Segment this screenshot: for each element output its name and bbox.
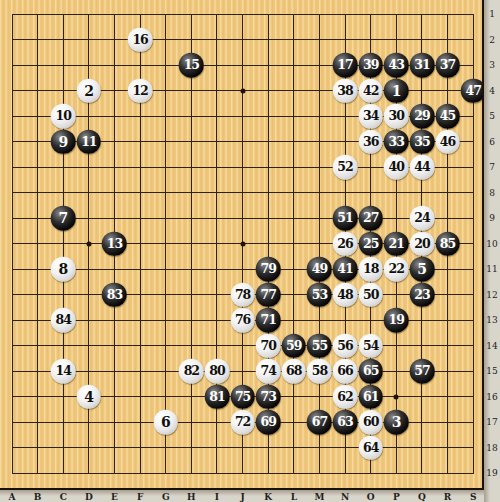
stone-66-white-N15: 66 (333, 359, 358, 384)
move-number: 25 (363, 237, 378, 250)
stone-62-white-N16: 62 (333, 384, 358, 409)
stone-74-white-K15: 74 (256, 359, 281, 384)
move-number: 72 (235, 416, 250, 429)
stone-43-black-P3: 43 (384, 53, 409, 78)
move-number: 23 (414, 288, 429, 301)
stone-71-black-K13: 71 (256, 308, 281, 333)
stone-47-black-S4: 47 (461, 78, 484, 103)
move-number: 8 (59, 262, 68, 276)
stone-15-black-H3: 15 (179, 53, 204, 78)
move-number: 77 (260, 288, 275, 301)
stone-72-white-J17: 72 (230, 410, 255, 435)
stone-50-white-O12: 50 (358, 282, 383, 307)
move-number: 61 (363, 390, 378, 403)
move-number: 18 (363, 263, 378, 276)
stone-45-black-R5: 45 (435, 104, 460, 129)
stone-5-black-Q11: 5 (410, 257, 435, 282)
column-label-M: M (314, 492, 324, 502)
move-number: 79 (260, 263, 275, 276)
move-number: 80 (209, 365, 224, 378)
star-point (240, 88, 245, 93)
row-label-1: 1 (484, 9, 500, 19)
stone-39-black-O3: 39 (358, 53, 383, 78)
grid-line-horizontal (12, 14, 474, 15)
column-label-J: J (240, 492, 244, 502)
move-number: 34 (363, 110, 378, 123)
move-number: 29 (414, 110, 429, 123)
move-number: 49 (312, 263, 327, 276)
move-number: 21 (389, 237, 404, 250)
row-label-16: 16 (484, 392, 500, 402)
move-number: 65 (363, 365, 378, 378)
row-labels-strip: 12345678910111213141516171819 (484, 0, 500, 502)
move-number: 46 (440, 135, 455, 148)
row-label-15: 15 (484, 366, 500, 376)
star-point (240, 241, 245, 246)
stone-69-black-K17: 69 (256, 410, 281, 435)
column-label-G: G (162, 492, 170, 502)
column-label-P: P (393, 492, 400, 502)
star-point (86, 241, 91, 246)
stone-84-white-C13: 84 (51, 308, 76, 333)
move-number: 75 (235, 390, 250, 403)
go-diagram: 1234567891011121314151617181920212223242… (0, 0, 500, 502)
move-number: 12 (132, 84, 147, 97)
stone-31-black-Q3: 31 (410, 53, 435, 78)
stone-34-white-O5: 34 (358, 104, 383, 129)
move-number: 70 (260, 339, 275, 352)
stone-68-white-L15: 68 (282, 359, 307, 384)
stone-64-white-O18: 64 (358, 435, 383, 460)
move-number: 27 (363, 212, 378, 225)
stone-3-black-P17: 3 (384, 410, 409, 435)
move-number: 82 (184, 365, 199, 378)
move-number: 58 (312, 365, 327, 378)
stone-46-white-R6: 46 (435, 129, 460, 154)
stone-57-black-Q15: 57 (410, 359, 435, 384)
move-number: 10 (56, 110, 71, 123)
stone-26-white-N10: 26 (333, 231, 358, 256)
move-number: 36 (363, 135, 378, 148)
move-number: 31 (414, 59, 429, 72)
move-number: 40 (389, 161, 404, 174)
row-label-8: 8 (484, 188, 500, 198)
move-number: 16 (132, 33, 147, 46)
row-label-9: 9 (484, 213, 500, 223)
stone-38-white-N4: 38 (333, 78, 358, 103)
row-label-10: 10 (484, 239, 500, 249)
move-number: 1 (392, 84, 401, 98)
column-label-E: E (111, 492, 118, 502)
stone-83-black-E12: 83 (102, 282, 127, 307)
stone-41-black-N11: 41 (333, 257, 358, 282)
move-number: 19 (389, 314, 404, 327)
column-label-S: S (470, 492, 477, 502)
stone-37-black-R3: 37 (435, 53, 460, 78)
stone-59-black-L14: 59 (282, 333, 307, 358)
stone-67-black-M17: 67 (307, 410, 332, 435)
column-label-B: B (34, 492, 42, 502)
stone-33-black-P6: 33 (384, 129, 409, 154)
move-number: 22 (389, 263, 404, 276)
move-number: 38 (337, 84, 352, 97)
move-number: 50 (363, 288, 378, 301)
move-number: 74 (260, 365, 275, 378)
move-number: 55 (312, 339, 327, 352)
stone-8-white-C11: 8 (51, 257, 76, 282)
stone-78-white-J12: 78 (230, 282, 255, 307)
grid-line-horizontal (12, 345, 474, 346)
stone-6-white-G17: 6 (153, 410, 178, 435)
column-label-R: R (444, 492, 451, 502)
stone-4-white-D16: 4 (77, 384, 102, 409)
move-number: 83 (107, 288, 122, 301)
stone-70-white-K14: 70 (256, 333, 281, 358)
move-number: 59 (286, 339, 301, 352)
move-number: 42 (363, 84, 378, 97)
stone-53-black-M12: 53 (307, 282, 332, 307)
column-label-A: A (9, 492, 16, 502)
row-label-13: 13 (484, 315, 500, 325)
stone-48-white-N12: 48 (333, 282, 358, 307)
move-number: 2 (84, 84, 93, 98)
grid-line-horizontal (12, 447, 474, 448)
move-number: 81 (209, 390, 224, 403)
stone-35-black-Q6: 35 (410, 129, 435, 154)
column-label-D: D (85, 492, 93, 502)
stone-36-white-O6: 36 (358, 129, 383, 154)
stone-82-white-H15: 82 (179, 359, 204, 384)
move-number: 3 (392, 415, 401, 429)
grid-line-horizontal (12, 371, 474, 372)
column-labels-strip: ABCDEFGHIJKLMNOPQRS (0, 490, 484, 502)
column-label-H: H (187, 492, 196, 502)
stone-22-white-P11: 22 (384, 257, 409, 282)
stone-44-white-Q7: 44 (410, 155, 435, 180)
move-number: 24 (414, 212, 429, 225)
move-number: 30 (389, 110, 404, 123)
move-number: 67 (312, 416, 327, 429)
stone-23-black-Q12: 23 (410, 282, 435, 307)
go-board: 1234567891011121314151617181920212223242… (0, 0, 484, 490)
grid-line-horizontal (12, 192, 474, 193)
column-label-C: C (60, 492, 67, 502)
column-label-O: O (367, 492, 375, 502)
move-number: 69 (260, 416, 275, 429)
move-number: 13 (107, 237, 122, 250)
stone-60-white-O17: 60 (358, 410, 383, 435)
stone-21-black-P10: 21 (384, 231, 409, 256)
move-number: 85 (440, 237, 455, 250)
move-number: 76 (235, 314, 250, 327)
row-label-14: 14 (484, 341, 500, 351)
move-number: 66 (337, 365, 352, 378)
column-label-N: N (341, 492, 349, 502)
move-number: 71 (260, 314, 275, 327)
stone-25-black-O10: 25 (358, 231, 383, 256)
stone-13-black-E10: 13 (102, 231, 127, 256)
move-number: 33 (389, 135, 404, 148)
row-label-5: 5 (484, 111, 500, 121)
move-number: 20 (414, 237, 429, 250)
move-number: 48 (337, 288, 352, 301)
move-number: 44 (414, 161, 429, 174)
move-number: 45 (440, 110, 455, 123)
grid-line-horizontal (12, 218, 474, 219)
stone-63-black-N17: 63 (333, 410, 358, 435)
stone-19-black-P13: 19 (384, 308, 409, 333)
move-number: 39 (363, 59, 378, 72)
row-label-19: 19 (484, 468, 500, 478)
column-label-Q: Q (418, 492, 426, 502)
move-number: 68 (286, 365, 301, 378)
stone-9-black-C6: 9 (51, 129, 76, 154)
move-number: 17 (337, 59, 352, 72)
stone-27-black-O9: 27 (358, 206, 383, 231)
move-number: 15 (184, 59, 199, 72)
move-number: 52 (337, 161, 352, 174)
stone-29-black-Q5: 29 (410, 104, 435, 129)
move-number: 4 (84, 390, 93, 404)
stone-14-white-C15: 14 (51, 359, 76, 384)
stone-52-white-N7: 52 (333, 155, 358, 180)
star-point (394, 394, 399, 399)
stone-20-white-Q10: 20 (410, 231, 435, 256)
row-label-11: 11 (484, 264, 500, 274)
move-number: 60 (363, 416, 378, 429)
move-number: 14 (56, 365, 71, 378)
stone-81-black-I16: 81 (205, 384, 230, 409)
move-number: 37 (440, 59, 455, 72)
move-number: 78 (235, 288, 250, 301)
stone-75-black-J16: 75 (230, 384, 255, 409)
move-number: 51 (337, 212, 352, 225)
stone-56-white-N14: 56 (333, 333, 358, 358)
stone-16-white-F2: 16 (128, 27, 153, 52)
row-label-12: 12 (484, 290, 500, 300)
move-number: 11 (81, 135, 96, 148)
move-number: 53 (312, 288, 327, 301)
column-label-I: I (215, 492, 219, 502)
stone-77-black-K12: 77 (256, 282, 281, 307)
move-number: 7 (59, 211, 68, 225)
move-number: 35 (414, 135, 429, 148)
stone-51-black-N9: 51 (333, 206, 358, 231)
move-number: 9 (59, 135, 68, 149)
stone-76-white-J13: 76 (230, 308, 255, 333)
stone-24-white-Q9: 24 (410, 206, 435, 231)
column-label-F: F (137, 492, 143, 502)
row-label-6: 6 (484, 137, 500, 147)
move-number: 63 (337, 416, 352, 429)
stone-12-white-F4: 12 (128, 78, 153, 103)
stone-80-white-I15: 80 (205, 359, 230, 384)
row-label-2: 2 (484, 35, 500, 45)
move-number: 5 (417, 262, 426, 276)
move-number: 43 (389, 59, 404, 72)
stone-49-black-M11: 49 (307, 257, 332, 282)
column-label-K: K (264, 492, 272, 502)
stone-2-white-D4: 2 (77, 78, 102, 103)
stone-18-white-O11: 18 (358, 257, 383, 282)
stone-79-black-K11: 79 (256, 257, 281, 282)
move-number: 62 (337, 390, 352, 403)
row-label-4: 4 (484, 86, 500, 96)
stone-17-black-N3: 17 (333, 53, 358, 78)
move-number: 6 (161, 415, 170, 429)
row-label-17: 17 (484, 417, 500, 427)
stone-42-white-O4: 42 (358, 78, 383, 103)
row-label-3: 3 (484, 60, 500, 70)
stone-10-white-C5: 10 (51, 104, 76, 129)
row-label-7: 7 (484, 162, 500, 172)
stone-30-white-P5: 30 (384, 104, 409, 129)
stone-7-black-C9: 7 (51, 206, 76, 231)
move-number: 57 (414, 365, 429, 378)
grid-line-horizontal (12, 473, 474, 474)
move-number: 84 (56, 314, 71, 327)
grid-line-horizontal (12, 39, 474, 40)
row-label-18: 18 (484, 443, 500, 453)
move-number: 54 (363, 339, 378, 352)
stone-40-white-P7: 40 (384, 155, 409, 180)
move-number: 41 (337, 263, 352, 276)
stone-61-black-O16: 61 (358, 384, 383, 409)
move-number: 47 (465, 84, 480, 97)
stone-85-black-R10: 85 (435, 231, 460, 256)
move-number: 56 (337, 339, 352, 352)
move-number: 73 (260, 390, 275, 403)
move-number: 64 (363, 441, 378, 454)
move-number: 26 (337, 237, 352, 250)
stone-1-black-P4: 1 (384, 78, 409, 103)
stone-55-black-M14: 55 (307, 333, 332, 358)
stone-58-white-M15: 58 (307, 359, 332, 384)
stone-54-white-O14: 54 (358, 333, 383, 358)
stone-65-black-O15: 65 (358, 359, 383, 384)
stone-11-black-D6: 11 (77, 129, 102, 154)
column-label-L: L (291, 492, 297, 502)
stone-73-black-K16: 73 (256, 384, 281, 409)
